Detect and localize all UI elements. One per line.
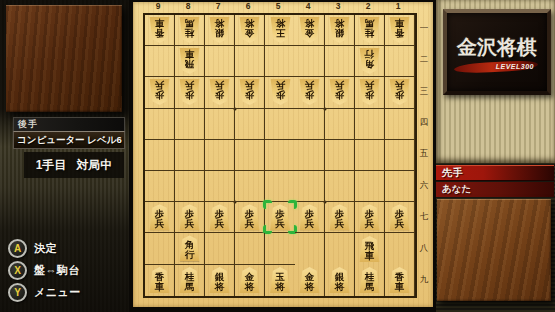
file-label-9: 9	[143, 1, 173, 12]
square-2一[interactable]: 桂馬	[355, 15, 385, 46]
square-8五[interactable]	[175, 140, 205, 171]
piece-sente-歩兵: 歩兵	[148, 204, 171, 230]
square-6三[interactable]: 歩兵	[235, 77, 265, 108]
file-label-4: 4	[293, 1, 323, 12]
piece-gote-桂馬: 桂馬	[178, 17, 201, 43]
square-5五[interactable]	[265, 140, 295, 171]
piece-gote-金将: 金将	[238, 17, 261, 43]
piece-gote-香車: 香車	[388, 17, 411, 43]
file-label-8: 8	[173, 1, 203, 12]
piece-sente-歩兵: 歩兵	[178, 204, 201, 230]
a-button-label: 決定	[34, 241, 57, 256]
square-2二[interactable]: 角行	[355, 46, 385, 77]
square-1五[interactable]	[385, 140, 415, 171]
piece-sente-金将: 金将	[238, 267, 261, 293]
square-6六[interactable]	[235, 171, 265, 202]
piece-sente-銀将: 銀将	[208, 267, 231, 293]
square-3六[interactable]	[325, 171, 355, 202]
square-4二[interactable]	[295, 46, 325, 77]
sente-side-label: 先手	[436, 166, 464, 180]
piece-gote-飛車: 飛車	[178, 48, 201, 74]
square-7九[interactable]: 銀将	[205, 265, 235, 296]
square-7二[interactable]	[205, 46, 235, 77]
square-5三[interactable]: 歩兵	[265, 77, 295, 108]
piece-gote-歩兵: 歩兵	[238, 79, 261, 105]
square-2五[interactable]	[355, 140, 385, 171]
gote-player-name-bar: コンピューター レベル6	[13, 131, 125, 149]
square-9九[interactable]: 香車	[145, 265, 175, 296]
square-8九[interactable]: 桂馬	[175, 265, 205, 296]
piece-sente-歩兵: 歩兵	[328, 204, 351, 230]
piece-sente-歩兵: 歩兵	[269, 204, 292, 230]
square-6九[interactable]: 金将	[235, 265, 265, 296]
rank-label-二: 二	[416, 44, 432, 75]
square-2七[interactable]: 歩兵	[355, 202, 385, 233]
shogi-board: 987654321 一二三四五六七八九 香車桂馬銀将金将王将金将銀将桂馬香車飛車…	[129, 0, 436, 312]
square-5二[interactable]	[265, 46, 295, 77]
square-3八[interactable]	[325, 233, 355, 264]
square-1一[interactable]: 香車	[385, 15, 415, 46]
file-label-3: 3	[323, 1, 353, 12]
piece-sente-飛車: 飛車	[358, 236, 381, 262]
square-1二[interactable]	[385, 46, 415, 77]
square-6八[interactable]	[235, 233, 265, 264]
sente-side-bar: 先手	[436, 165, 554, 181]
square-1四[interactable]	[385, 109, 415, 140]
square-4九[interactable]: 金将	[295, 265, 325, 296]
piece-gote-銀将: 銀将	[328, 17, 351, 43]
square-1九[interactable]: 香車	[385, 265, 415, 296]
piece-gote-王将: 王将	[269, 17, 292, 43]
piece-sente-角行: 角行	[178, 235, 201, 261]
piece-gote-歩兵: 歩兵	[178, 79, 201, 105]
square-6一[interactable]: 金将	[235, 15, 265, 46]
square-6二[interactable]	[235, 46, 265, 77]
square-1三[interactable]: 歩兵	[385, 77, 415, 108]
square-5一[interactable]: 王将	[265, 15, 295, 46]
square-5六[interactable]	[265, 171, 295, 202]
square-8二[interactable]: 飛車	[175, 46, 205, 77]
square-3四[interactable]	[325, 109, 355, 140]
gote-piece-stand[interactable]	[6, 5, 122, 112]
square-7六[interactable]	[205, 171, 235, 202]
square-1八[interactable]	[385, 233, 415, 264]
file-label-7: 7	[203, 1, 233, 12]
square-5九[interactable]: 玉将	[265, 265, 295, 296]
file-label-2: 2	[353, 1, 383, 12]
square-8一[interactable]: 桂馬	[175, 15, 205, 46]
square-4五[interactable]	[295, 140, 325, 171]
square-3九[interactable]: 銀将	[325, 265, 355, 296]
square-4四[interactable]	[295, 109, 325, 140]
sente-piece-stand[interactable]	[437, 199, 551, 301]
move-status-box: 1手目 対局中	[24, 152, 124, 178]
square-8七[interactable]: 歩兵	[175, 202, 205, 233]
square-4一[interactable]: 金将	[295, 15, 325, 46]
square-9一[interactable]: 香車	[145, 15, 175, 46]
square-9六[interactable]	[145, 171, 175, 202]
sente-player-name-bar: あなた	[436, 182, 554, 197]
square-8六[interactable]	[175, 171, 205, 202]
square-6四[interactable]	[235, 109, 265, 140]
square-7一[interactable]: 銀将	[205, 15, 235, 46]
piece-sente-銀将: 銀将	[328, 267, 351, 293]
piece-gote-香車: 香車	[148, 17, 171, 43]
x-button-icon: X	[8, 261, 27, 280]
y-button-icon: Y	[8, 283, 27, 302]
piece-gote-銀将: 銀将	[208, 17, 231, 43]
file-label-1: 1	[383, 1, 413, 12]
square-3一[interactable]: 銀将	[325, 15, 355, 46]
square-2八[interactable]: 飛車	[355, 233, 385, 264]
square-6七[interactable]: 歩兵	[235, 202, 265, 233]
piece-sente-桂馬: 桂馬	[358, 267, 381, 293]
file-label-5: 5	[263, 1, 293, 12]
square-3三[interactable]: 歩兵	[325, 77, 355, 108]
square-2三[interactable]: 歩兵	[355, 77, 385, 108]
rank-coordinate-labels: 一二三四五六七八九	[416, 13, 432, 296]
piece-sente-香車: 香車	[148, 267, 171, 293]
piece-gote-歩兵: 歩兵	[298, 79, 321, 105]
x-button-label: 盤⇔駒台	[34, 263, 80, 278]
piece-sente-金将: 金将	[298, 267, 321, 293]
piece-sente-玉将: 玉将	[269, 267, 292, 293]
file-label-6: 6	[233, 1, 263, 12]
square-7四[interactable]	[205, 109, 235, 140]
hint-menu[interactable]: Y メニュー	[8, 284, 81, 300]
piece-gote-歩兵: 歩兵	[208, 79, 231, 105]
square-8八[interactable]: 角行	[175, 233, 205, 264]
square-1七[interactable]: 歩兵	[385, 202, 415, 233]
square-2六[interactable]	[355, 171, 385, 202]
piece-sente-歩兵: 歩兵	[388, 204, 411, 230]
rank-label-六: 六	[416, 170, 432, 201]
square-9七[interactable]: 歩兵	[145, 202, 175, 233]
game-logo-subtitle: LEVEL300	[496, 63, 534, 70]
square-5七[interactable]: 歩兵	[265, 202, 295, 233]
game-logo-plaque: 金沢将棋 LEVEL300	[443, 9, 551, 95]
square-7八[interactable]	[205, 233, 235, 264]
piece-sente-香車: 香車	[388, 267, 411, 293]
square-5四[interactable]	[265, 109, 295, 140]
square-4六[interactable]	[295, 171, 325, 202]
square-7七[interactable]: 歩兵	[205, 202, 235, 233]
piece-sente-歩兵: 歩兵	[238, 204, 261, 230]
square-9二[interactable]	[145, 46, 175, 77]
piece-gote-歩兵: 歩兵	[328, 79, 351, 105]
square-2四[interactable]	[355, 109, 385, 140]
square-9四[interactable]	[145, 109, 175, 140]
piece-sente-歩兵: 歩兵	[298, 204, 321, 230]
hint-board-toggle[interactable]: X 盤⇔駒台	[8, 262, 81, 278]
piece-gote-歩兵: 歩兵	[358, 79, 381, 105]
rank-label-三: 三	[416, 76, 432, 107]
square-8四[interactable]	[175, 109, 205, 140]
piece-gote-歩兵: 歩兵	[148, 79, 171, 105]
piece-gote-角行: 角行	[358, 48, 381, 74]
piece-sente-歩兵: 歩兵	[358, 204, 381, 230]
game-state-label: 対局中	[76, 157, 112, 174]
square-9五[interactable]	[145, 140, 175, 171]
gote-player-name: コンピューター レベル6	[14, 134, 122, 147]
board-grid: 香車桂馬銀将金将王将金将銀将桂馬香車飛車角行歩兵歩兵歩兵歩兵歩兵歩兵歩兵歩兵歩兵…	[143, 13, 417, 298]
square-7三[interactable]: 歩兵	[205, 77, 235, 108]
square-9三[interactable]: 歩兵	[145, 77, 175, 108]
square-4八[interactable]	[295, 233, 325, 264]
y-button-label: メニュー	[34, 285, 81, 300]
sente-player-name: あなた	[436, 183, 471, 196]
move-number-label: 1手目	[36, 157, 67, 174]
square-7五[interactable]	[205, 140, 235, 171]
gote-side-bar: 後手	[13, 117, 125, 132]
square-9八[interactable]	[145, 233, 175, 264]
square-4三[interactable]: 歩兵	[295, 77, 325, 108]
controller-hints: A 決定 X 盤⇔駒台 Y メニュー	[8, 240, 81, 306]
game-logo-title: 金沢将棋	[447, 34, 547, 61]
rank-label-九: 九	[416, 265, 432, 296]
gote-side-label: 後手	[14, 118, 38, 131]
piece-sente-歩兵: 歩兵	[208, 204, 231, 230]
hint-confirm[interactable]: A 決定	[8, 240, 81, 256]
square-3七[interactable]: 歩兵	[325, 202, 355, 233]
file-coordinate-labels: 987654321	[143, 1, 413, 12]
piece-sente-桂馬: 桂馬	[178, 267, 201, 293]
square-3二[interactable]	[325, 46, 355, 77]
piece-gote-歩兵: 歩兵	[388, 79, 411, 105]
rank-label-五: 五	[416, 139, 432, 170]
square-3五[interactable]	[325, 140, 355, 171]
rank-label-七: 七	[416, 202, 432, 233]
rank-label-一: 一	[416, 13, 432, 44]
square-6五[interactable]	[235, 140, 265, 171]
square-8三[interactable]: 歩兵	[175, 77, 205, 108]
square-1六[interactable]	[385, 171, 415, 202]
piece-gote-桂馬: 桂馬	[358, 17, 381, 43]
shogi-app-screen: 後手 コンピューター レベル6 1手目 対局中 A 決定 X 盤⇔駒台 Y メニ…	[0, 0, 555, 312]
square-4七[interactable]: 歩兵	[295, 202, 325, 233]
piece-gote-金将: 金将	[298, 17, 321, 43]
square-5八[interactable]	[265, 233, 295, 264]
square-2九[interactable]: 桂馬	[355, 265, 385, 296]
rank-label-四: 四	[416, 107, 432, 138]
rank-label-八: 八	[416, 233, 432, 264]
a-button-icon: A	[8, 239, 27, 258]
piece-gote-歩兵: 歩兵	[269, 79, 292, 105]
